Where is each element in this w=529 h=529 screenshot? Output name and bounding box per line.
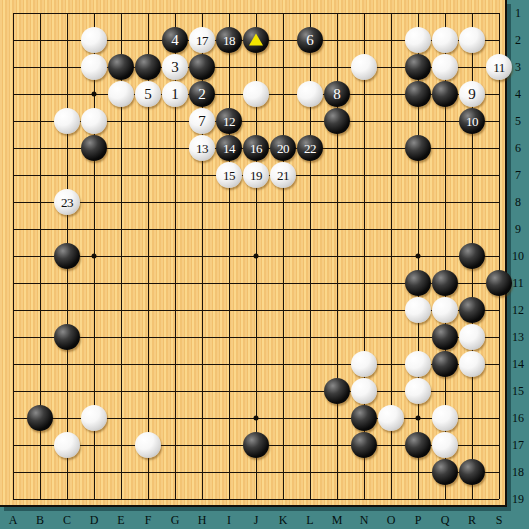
grid-line-vertical xyxy=(283,13,284,499)
column-label-O: O xyxy=(387,514,396,526)
stone-J17[interactable] xyxy=(243,432,269,458)
move-number-label: 1 xyxy=(171,87,179,102)
move-number-label: 3 xyxy=(171,60,179,75)
column-label-H: H xyxy=(198,514,207,526)
stone-G2[interactable]: 4 xyxy=(162,27,188,53)
move-number-label: 5 xyxy=(144,87,152,102)
stone-Q17[interactable] xyxy=(432,432,458,458)
row-label-11: 11 xyxy=(512,277,524,289)
move-number-label: 15 xyxy=(223,169,235,182)
move-number-label: 22 xyxy=(304,142,316,155)
column-label-S: S xyxy=(496,514,503,526)
stone-J4[interactable] xyxy=(243,81,269,107)
stone-L6[interactable]: 22 xyxy=(297,135,323,161)
column-label-R: R xyxy=(468,514,476,526)
row-label-16: 16 xyxy=(512,412,524,424)
star-point xyxy=(254,254,259,259)
stone-Q3[interactable] xyxy=(432,54,458,80)
move-number-label: 10 xyxy=(466,115,478,128)
star-point xyxy=(254,416,259,421)
row-label-13: 13 xyxy=(512,331,524,343)
stone-R2[interactable] xyxy=(459,27,485,53)
stone-C5[interactable] xyxy=(54,108,80,134)
stone-P17[interactable] xyxy=(405,432,431,458)
stone-N17[interactable] xyxy=(351,432,377,458)
move-number-label: 9 xyxy=(468,87,476,102)
column-label-B: B xyxy=(36,514,44,526)
stone-D3[interactable] xyxy=(81,54,107,80)
stone-R5[interactable]: 10 xyxy=(459,108,485,134)
stone-C8[interactable]: 23 xyxy=(54,189,80,215)
stone-C10[interactable] xyxy=(54,243,80,269)
row-label-14: 14 xyxy=(512,358,524,370)
stone-B16[interactable] xyxy=(27,405,53,431)
stone-E3[interactable] xyxy=(108,54,134,80)
stone-H6[interactable]: 13 xyxy=(189,135,215,161)
stone-R10[interactable] xyxy=(459,243,485,269)
stone-P6[interactable] xyxy=(405,135,431,161)
move-number-label: 20 xyxy=(277,142,289,155)
column-label-L: L xyxy=(306,514,313,526)
stone-N15[interactable] xyxy=(351,378,377,404)
stone-Q14[interactable] xyxy=(432,351,458,377)
stone-N16[interactable] xyxy=(351,405,377,431)
row-label-8: 8 xyxy=(515,196,521,208)
move-number-label: 2 xyxy=(198,87,206,102)
column-label-Q: Q xyxy=(441,514,450,526)
row-label-4: 4 xyxy=(515,88,521,100)
stone-N14[interactable] xyxy=(351,351,377,377)
stone-P15[interactable] xyxy=(405,378,431,404)
stone-J7[interactable]: 19 xyxy=(243,162,269,188)
stone-P14[interactable] xyxy=(405,351,431,377)
grid-line-horizontal xyxy=(13,337,499,338)
stone-K6[interactable]: 20 xyxy=(270,135,296,161)
stone-G4[interactable]: 1 xyxy=(162,81,188,107)
column-label-K: K xyxy=(279,514,288,526)
stone-J6[interactable]: 16 xyxy=(243,135,269,161)
column-label-M: M xyxy=(332,514,343,526)
stone-C17[interactable] xyxy=(54,432,80,458)
stone-P12[interactable] xyxy=(405,297,431,323)
stone-C13[interactable] xyxy=(54,324,80,350)
stone-Q16[interactable] xyxy=(432,405,458,431)
row-label-10: 10 xyxy=(512,250,524,262)
stone-R12[interactable] xyxy=(459,297,485,323)
triangle-marker xyxy=(249,34,263,46)
column-label-D: D xyxy=(90,514,99,526)
stone-I6[interactable]: 14 xyxy=(216,135,242,161)
move-number-label: 7 xyxy=(198,114,206,129)
move-number-label: 8 xyxy=(333,87,341,102)
move-number-label: 14 xyxy=(223,142,235,155)
stone-H3[interactable] xyxy=(189,54,215,80)
move-number-label: 23 xyxy=(61,196,73,209)
row-label-15: 15 xyxy=(512,385,524,397)
stone-M4[interactable]: 8 xyxy=(324,81,350,107)
column-label-N: N xyxy=(360,514,369,526)
move-number-label: 17 xyxy=(196,34,208,47)
stone-I5[interactable]: 12 xyxy=(216,108,242,134)
move-number-label: 4 xyxy=(171,33,179,48)
move-number-label: 13 xyxy=(196,142,208,155)
row-label-18: 18 xyxy=(512,466,524,478)
stone-Q12[interactable] xyxy=(432,297,458,323)
stone-H5[interactable]: 7 xyxy=(189,108,215,134)
stone-O16[interactable] xyxy=(378,405,404,431)
column-label-E: E xyxy=(117,514,124,526)
row-label-3: 3 xyxy=(515,61,521,73)
grid-line-horizontal xyxy=(13,472,499,473)
star-point xyxy=(92,92,97,97)
stone-K7[interactable]: 21 xyxy=(270,162,296,188)
grid-line-vertical xyxy=(499,13,500,499)
move-number-label: 11 xyxy=(493,61,505,74)
stone-F17[interactable] xyxy=(135,432,161,458)
column-label-P: P xyxy=(415,514,422,526)
stone-F4[interactable]: 5 xyxy=(135,81,161,107)
stone-D5[interactable] xyxy=(81,108,107,134)
stone-Q18[interactable] xyxy=(432,459,458,485)
column-label-F: F xyxy=(145,514,152,526)
row-label-9: 9 xyxy=(515,223,521,235)
row-label-1: 1 xyxy=(515,7,521,19)
stone-P3[interactable] xyxy=(405,54,431,80)
stone-M15[interactable] xyxy=(324,378,350,404)
stone-I7[interactable]: 15 xyxy=(216,162,242,188)
stone-E4[interactable] xyxy=(108,81,134,107)
stone-F3[interactable] xyxy=(135,54,161,80)
stone-R13[interactable] xyxy=(459,324,485,350)
stone-R14[interactable] xyxy=(459,351,485,377)
stone-S11[interactable] xyxy=(486,270,512,296)
star-point xyxy=(92,254,97,259)
column-label-C: C xyxy=(63,514,71,526)
stone-M5[interactable] xyxy=(324,108,350,134)
stone-H2[interactable]: 17 xyxy=(189,27,215,53)
row-label-19: 19 xyxy=(512,493,524,505)
stone-P11[interactable] xyxy=(405,270,431,296)
row-label-12: 12 xyxy=(512,304,524,316)
star-point xyxy=(416,416,421,421)
stone-D6[interactable] xyxy=(81,135,107,161)
stone-D16[interactable] xyxy=(81,405,107,431)
stone-L4[interactable] xyxy=(297,81,323,107)
stone-J2[interactable] xyxy=(243,27,269,53)
column-label-J: J xyxy=(254,514,259,526)
stone-P2[interactable] xyxy=(405,27,431,53)
stone-I2[interactable]: 18 xyxy=(216,27,242,53)
stone-R4[interactable]: 9 xyxy=(459,81,485,107)
move-number-label: 12 xyxy=(223,115,235,128)
stone-H4[interactable]: 2 xyxy=(189,81,215,107)
stone-Q13[interactable] xyxy=(432,324,458,350)
move-number-label: 21 xyxy=(277,169,289,182)
column-label-G: G xyxy=(171,514,180,526)
move-number-label: 6 xyxy=(306,33,314,48)
grid-line-horizontal xyxy=(13,499,499,500)
stone-R18[interactable] xyxy=(459,459,485,485)
stone-N3[interactable] xyxy=(351,54,377,80)
stone-G3[interactable]: 3 xyxy=(162,54,188,80)
stone-Q4[interactable] xyxy=(432,81,458,107)
column-label-I: I xyxy=(227,514,231,526)
column-label-A: A xyxy=(9,514,18,526)
stone-Q2[interactable] xyxy=(432,27,458,53)
move-number-label: 18 xyxy=(223,34,235,47)
stone-S3[interactable]: 11 xyxy=(486,54,512,80)
row-label-17: 17 xyxy=(512,439,524,451)
row-label-7: 7 xyxy=(515,169,521,181)
star-point xyxy=(416,254,421,259)
go-board[interactable]: 4171863115128971210131416202215192123 xyxy=(0,0,507,507)
row-label-5: 5 xyxy=(515,115,521,127)
stone-L2[interactable]: 6 xyxy=(297,27,323,53)
stone-Q11[interactable] xyxy=(432,270,458,296)
go-game-screen: 4171863115128971210131416202215192123 AB… xyxy=(0,0,529,529)
row-label-6: 6 xyxy=(515,142,521,154)
stone-P4[interactable] xyxy=(405,81,431,107)
row-label-2: 2 xyxy=(515,34,521,46)
move-number-label: 16 xyxy=(250,142,262,155)
move-number-label: 19 xyxy=(250,169,262,182)
stone-D2[interactable] xyxy=(81,27,107,53)
